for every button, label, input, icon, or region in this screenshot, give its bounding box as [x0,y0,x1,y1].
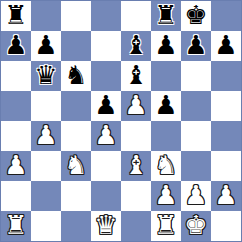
square-e2[interactable] [121,181,151,211]
square-b7[interactable]: ♟ [31,31,61,61]
square-d8[interactable] [91,1,121,31]
square-a7[interactable]: ♟ [1,31,31,61]
square-e1[interactable] [121,211,151,241]
piece-white-rook[interactable]: ♜ [4,212,27,238]
square-d6[interactable] [91,61,121,91]
piece-white-queen[interactable]: ♛ [94,212,117,238]
square-h8[interactable] [211,1,241,31]
square-h4[interactable] [211,121,241,151]
square-g4[interactable] [181,121,211,151]
piece-white-pawn[interactable]: ♟ [184,182,207,208]
square-a2[interactable] [1,181,31,211]
square-e7[interactable]: ♝ [121,31,151,61]
piece-black-knight[interactable]: ♞ [64,62,87,88]
piece-black-queen[interactable]: ♛ [34,62,57,88]
square-d5[interactable]: ♟ [91,91,121,121]
square-h7[interactable]: ♟ [211,31,241,61]
square-e6[interactable]: ♝ [121,61,151,91]
square-a3[interactable]: ♟ [1,151,31,181]
piece-white-pawn[interactable]: ♟ [4,152,27,178]
square-f2[interactable]: ♟ [151,181,181,211]
square-f7[interactable]: ♟ [151,31,181,61]
square-e5[interactable]: ♟ [121,91,151,121]
square-b5[interactable] [31,91,61,121]
square-c6[interactable]: ♞ [61,61,91,91]
square-f8[interactable]: ♜ [151,1,181,31]
piece-white-pawn[interactable]: ♟ [214,182,237,208]
piece-black-pawn[interactable]: ♟ [184,32,207,58]
square-b6[interactable]: ♛ [31,61,61,91]
square-d2[interactable] [91,181,121,211]
square-c4[interactable] [61,121,91,151]
square-h3[interactable] [211,151,241,181]
square-c2[interactable] [61,181,91,211]
square-c1[interactable] [61,211,91,241]
piece-black-pawn[interactable]: ♟ [154,92,177,118]
piece-white-rook[interactable]: ♜ [154,212,177,238]
piece-black-pawn[interactable]: ♟ [154,32,177,58]
piece-white-pawn[interactable]: ♟ [34,122,57,148]
piece-black-king[interactable]: ♚ [184,2,207,28]
square-d7[interactable] [91,31,121,61]
square-d4[interactable]: ♟ [91,121,121,151]
square-b3[interactable] [31,151,61,181]
piece-white-bishop[interactable]: ♝ [124,152,147,178]
piece-black-pawn[interactable]: ♟ [34,32,57,58]
piece-white-knight[interactable]: ♞ [64,152,87,178]
piece-black-rook[interactable]: ♜ [4,2,27,28]
square-d1[interactable]: ♛ [91,211,121,241]
square-a6[interactable] [1,61,31,91]
square-c8[interactable] [61,1,91,31]
square-b4[interactable]: ♟ [31,121,61,151]
square-h5[interactable] [211,91,241,121]
square-a5[interactable] [1,91,31,121]
square-f1[interactable]: ♜ [151,211,181,241]
square-b1[interactable] [31,211,61,241]
piece-black-rook[interactable]: ♜ [154,2,177,28]
piece-white-knight[interactable]: ♞ [154,152,177,178]
square-b8[interactable] [31,1,61,31]
piece-black-bishop[interactable]: ♝ [124,62,147,88]
square-g6[interactable] [181,61,211,91]
square-g5[interactable] [181,91,211,121]
piece-black-pawn[interactable]: ♟ [94,92,117,118]
chess-board: ♜♜♚♟♟♝♟♟♟♛♞♝♟♟♟♟♟♟♞♝♞♟♟♟♜♛♜♚ [0,0,242,242]
piece-white-pawn[interactable]: ♟ [94,122,117,148]
square-h1[interactable] [211,211,241,241]
square-a1[interactable]: ♜ [1,211,31,241]
piece-white-pawn[interactable]: ♟ [154,182,177,208]
piece-black-pawn[interactable]: ♟ [4,32,27,58]
square-h2[interactable]: ♟ [211,181,241,211]
square-e3[interactable]: ♝ [121,151,151,181]
square-g2[interactable]: ♟ [181,181,211,211]
square-g3[interactable] [181,151,211,181]
piece-white-pawn[interactable]: ♟ [124,92,147,118]
square-c3[interactable]: ♞ [61,151,91,181]
square-c7[interactable] [61,31,91,61]
square-g7[interactable]: ♟ [181,31,211,61]
square-f3[interactable]: ♞ [151,151,181,181]
square-f6[interactable] [151,61,181,91]
square-b2[interactable] [31,181,61,211]
square-f4[interactable] [151,121,181,151]
square-c5[interactable] [61,91,91,121]
piece-white-king[interactable]: ♚ [184,212,207,238]
square-e8[interactable] [121,1,151,31]
square-a8[interactable]: ♜ [1,1,31,31]
square-d3[interactable] [91,151,121,181]
square-g1[interactable]: ♚ [181,211,211,241]
piece-black-bishop[interactable]: ♝ [124,32,147,58]
square-e4[interactable] [121,121,151,151]
square-a4[interactable] [1,121,31,151]
square-g8[interactable]: ♚ [181,1,211,31]
piece-black-pawn[interactable]: ♟ [214,32,237,58]
square-f5[interactable]: ♟ [151,91,181,121]
square-h6[interactable] [211,61,241,91]
